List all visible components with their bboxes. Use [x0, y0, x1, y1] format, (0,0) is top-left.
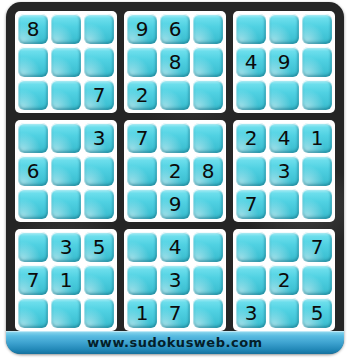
cell-r9c1[interactable]	[18, 298, 48, 328]
cell-r2c6[interactable]	[193, 47, 223, 77]
cell-r9c7[interactable]: 3	[236, 298, 266, 328]
box-1: 87	[15, 11, 117, 113]
box-7: 3571	[15, 229, 117, 331]
sudoku-widget: 8796824936728924137357143177235 www.sudo…	[6, 2, 344, 354]
cell-r6c7[interactable]: 7	[236, 189, 266, 219]
cell-r4c7[interactable]: 2	[236, 123, 266, 153]
cell-r5c9[interactable]	[302, 156, 332, 186]
cell-r8c1[interactable]: 7	[18, 265, 48, 295]
cell-r1c1[interactable]: 8	[18, 14, 48, 44]
cell-r4c5[interactable]	[160, 123, 190, 153]
cell-r5c3[interactable]	[84, 156, 114, 186]
cell-r9c4[interactable]: 1	[127, 298, 157, 328]
cell-r3c1[interactable]	[18, 80, 48, 110]
cell-r9c6[interactable]	[193, 298, 223, 328]
cell-r4c4[interactable]: 7	[127, 123, 157, 153]
box-4: 36	[15, 120, 117, 222]
cell-r7c2[interactable]: 3	[51, 232, 81, 262]
cell-r8c9[interactable]	[302, 265, 332, 295]
cell-r5c2[interactable]	[51, 156, 81, 186]
cell-r7c5[interactable]: 4	[160, 232, 190, 262]
cell-r5c6[interactable]: 8	[193, 156, 223, 186]
cell-r8c2[interactable]: 1	[51, 265, 81, 295]
cell-r2c2[interactable]	[51, 47, 81, 77]
cell-r5c5[interactable]: 2	[160, 156, 190, 186]
cell-r6c1[interactable]	[18, 189, 48, 219]
cell-r7c1[interactable]	[18, 232, 48, 262]
cell-r7c9[interactable]: 7	[302, 232, 332, 262]
cell-r6c6[interactable]	[193, 189, 223, 219]
cell-r3c7[interactable]	[236, 80, 266, 110]
cell-r4c6[interactable]	[193, 123, 223, 153]
cell-r8c3[interactable]	[84, 265, 114, 295]
cell-r8c4[interactable]	[127, 265, 157, 295]
cell-r9c3[interactable]	[84, 298, 114, 328]
cell-r9c9[interactable]: 5	[302, 298, 332, 328]
cell-r3c2[interactable]	[51, 80, 81, 110]
cell-r9c5[interactable]: 7	[160, 298, 190, 328]
cell-r7c4[interactable]	[127, 232, 157, 262]
site-url-link[interactable]: www.sudokusweb.com	[87, 335, 262, 350]
cell-r4c1[interactable]	[18, 123, 48, 153]
cell-r2c7[interactable]: 4	[236, 47, 266, 77]
cell-r8c8[interactable]: 2	[269, 265, 299, 295]
cell-r8c6[interactable]	[193, 265, 223, 295]
cell-r1c7[interactable]	[236, 14, 266, 44]
box-8: 4317	[124, 229, 226, 331]
cell-r6c5[interactable]: 9	[160, 189, 190, 219]
cell-r3c4[interactable]: 2	[127, 80, 157, 110]
cell-r1c9[interactable]	[302, 14, 332, 44]
box-5: 7289	[124, 120, 226, 222]
cell-r1c6[interactable]	[193, 14, 223, 44]
cell-r6c2[interactable]	[51, 189, 81, 219]
cell-r1c3[interactable]	[84, 14, 114, 44]
cell-r3c5[interactable]	[160, 80, 190, 110]
box-2: 9682	[124, 11, 226, 113]
cell-r2c5[interactable]: 8	[160, 47, 190, 77]
cell-r9c2[interactable]	[51, 298, 81, 328]
cell-r3c6[interactable]	[193, 80, 223, 110]
cell-r6c3[interactable]	[84, 189, 114, 219]
cell-r6c4[interactable]	[127, 189, 157, 219]
cell-r3c9[interactable]	[302, 80, 332, 110]
cell-r2c8[interactable]: 9	[269, 47, 299, 77]
sudoku-grid: 8796824936728924137357143177235	[15, 11, 335, 331]
cell-r1c2[interactable]	[51, 14, 81, 44]
cell-r7c3[interactable]: 5	[84, 232, 114, 262]
footer-bar: www.sudokusweb.com	[6, 331, 344, 354]
cell-r7c8[interactable]	[269, 232, 299, 262]
cell-r2c9[interactable]	[302, 47, 332, 77]
cell-r6c9[interactable]	[302, 189, 332, 219]
cell-r4c8[interactable]: 4	[269, 123, 299, 153]
cell-r2c3[interactable]	[84, 47, 114, 77]
cell-r5c8[interactable]: 3	[269, 156, 299, 186]
cell-r5c1[interactable]: 6	[18, 156, 48, 186]
box-3: 49	[233, 11, 335, 113]
cell-r7c7[interactable]	[236, 232, 266, 262]
box-6: 24137	[233, 120, 335, 222]
cell-r2c1[interactable]	[18, 47, 48, 77]
cell-r4c2[interactable]	[51, 123, 81, 153]
cell-r5c7[interactable]	[236, 156, 266, 186]
cell-r5c4[interactable]	[127, 156, 157, 186]
box-9: 7235	[233, 229, 335, 331]
cell-r3c8[interactable]	[269, 80, 299, 110]
cell-r4c3[interactable]: 3	[84, 123, 114, 153]
cell-r9c8[interactable]	[269, 298, 299, 328]
cell-r7c6[interactable]	[193, 232, 223, 262]
cell-r4c9[interactable]: 1	[302, 123, 332, 153]
cell-r1c8[interactable]	[269, 14, 299, 44]
cell-r1c5[interactable]: 6	[160, 14, 190, 44]
cell-r1c4[interactable]: 9	[127, 14, 157, 44]
cell-r8c5[interactable]: 3	[160, 265, 190, 295]
cell-r8c7[interactable]	[236, 265, 266, 295]
cell-r3c3[interactable]: 7	[84, 80, 114, 110]
cell-r2c4[interactable]	[127, 47, 157, 77]
cell-r6c8[interactable]	[269, 189, 299, 219]
